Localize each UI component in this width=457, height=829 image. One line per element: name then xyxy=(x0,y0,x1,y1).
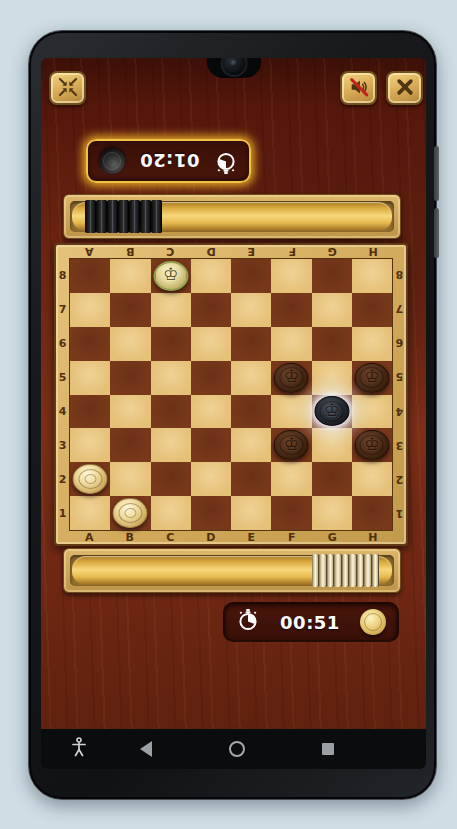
square-g6[interactable] xyxy=(312,327,352,361)
recents-button[interactable] xyxy=(308,729,348,769)
square-e4[interactable] xyxy=(231,395,271,429)
coordinate-label: 2 xyxy=(393,463,406,497)
square-h6[interactable] xyxy=(352,327,392,361)
black-king-h5[interactable]: ♔ xyxy=(354,363,389,393)
close-button[interactable] xyxy=(386,71,423,105)
captured-disc xyxy=(327,554,335,587)
screenshot-canvas: 01:20 ABCDEFGH ABCDEFGH 87654321 8765432… xyxy=(0,0,457,829)
square-d4[interactable] xyxy=(191,395,231,429)
coordinate-label: F xyxy=(272,531,313,544)
square-g8[interactable] xyxy=(312,259,352,293)
coordinate-label: 7 xyxy=(393,292,406,326)
coordinate-label: 8 xyxy=(393,258,406,292)
square-e7[interactable] xyxy=(231,293,271,327)
black-captured-tray xyxy=(63,194,401,239)
captured-disc xyxy=(334,554,342,587)
square-e5[interactable] xyxy=(231,361,271,395)
captured-disc xyxy=(151,200,162,233)
coordinate-label: 6 xyxy=(393,326,406,360)
coordinate-label: 3 xyxy=(56,429,69,463)
square-e3[interactable] xyxy=(231,428,271,462)
square-c4[interactable] xyxy=(151,395,191,429)
white-king-c8[interactable]: ♔ xyxy=(153,261,188,291)
coordinate-label: 6 xyxy=(56,326,69,360)
stopwatch-icon xyxy=(214,147,238,175)
square-d5[interactable] xyxy=(191,361,231,395)
coordinate-label: H xyxy=(353,245,394,258)
board-squares: ♔♔♔♔♔♔ xyxy=(69,258,393,531)
home-button[interactable] xyxy=(217,729,257,769)
crown-icon: ♔ xyxy=(324,402,339,419)
tray-rail xyxy=(72,202,392,231)
square-h1[interactable] xyxy=(352,496,392,530)
square-d2[interactable] xyxy=(191,462,231,496)
crown-icon: ♔ xyxy=(364,436,379,453)
volume-button xyxy=(434,146,439,201)
crown-icon: ♔ xyxy=(284,436,299,453)
square-f8[interactable] xyxy=(271,259,311,293)
captured-disc xyxy=(85,200,96,233)
square-c3[interactable] xyxy=(151,428,191,462)
camera-notch xyxy=(207,58,261,78)
captured-disc xyxy=(129,200,140,233)
coordinate-label: C xyxy=(150,531,191,544)
coordinate-label: A xyxy=(69,245,110,258)
coordinate-label: C xyxy=(150,245,191,258)
opponent-clock: 01:20 xyxy=(86,139,251,183)
square-a6[interactable] xyxy=(70,327,110,361)
square-h8[interactable] xyxy=(352,259,392,293)
close-icon xyxy=(395,77,415,100)
square-d6[interactable] xyxy=(191,327,231,361)
captured-disc xyxy=(342,554,350,587)
coordinate-label: 7 xyxy=(56,292,69,326)
captured-disc xyxy=(319,554,327,587)
back-button[interactable] xyxy=(126,729,166,769)
square-b2[interactable] xyxy=(110,462,150,496)
captured-disc xyxy=(96,200,107,233)
coordinate-label: 4 xyxy=(56,395,69,429)
rank-labels-right: 87654321 xyxy=(393,258,406,531)
square-h4[interactable] xyxy=(352,395,392,429)
square-c6[interactable] xyxy=(151,327,191,361)
square-d1[interactable] xyxy=(191,496,231,530)
square-c5[interactable] xyxy=(151,361,191,395)
stopwatch-icon xyxy=(236,608,260,636)
accessibility-button[interactable] xyxy=(59,729,99,769)
square-a8[interactable] xyxy=(70,259,110,293)
square-h7[interactable] xyxy=(352,293,392,327)
coordinate-label: 3 xyxy=(393,429,406,463)
speaker-muted-icon xyxy=(348,76,370,101)
square-e6[interactable] xyxy=(231,327,271,361)
black-piece-icon xyxy=(99,148,125,174)
square-g2[interactable] xyxy=(312,462,352,496)
phone-frame: 01:20 ABCDEFGH ABCDEFGH 87654321 8765432… xyxy=(28,30,437,800)
square-d8[interactable] xyxy=(191,259,231,293)
square-g5[interactable] xyxy=(312,361,352,395)
captured-disc xyxy=(107,200,118,233)
square-d3[interactable] xyxy=(191,428,231,462)
captured-disc xyxy=(357,554,365,587)
rank-labels-left: 87654321 xyxy=(56,258,69,531)
coordinate-label: 1 xyxy=(56,497,69,531)
coordinate-label: D xyxy=(191,245,232,258)
coordinate-label: G xyxy=(312,531,353,544)
coordinate-label: 5 xyxy=(393,360,406,394)
square-c1[interactable] xyxy=(151,496,191,530)
mute-button[interactable] xyxy=(340,71,377,105)
game-screen: 01:20 ABCDEFGH ABCDEFGH 87654321 8765432… xyxy=(41,58,426,769)
file-labels-bottom: ABCDEFGH xyxy=(69,531,393,544)
white-man-a2[interactable] xyxy=(73,464,108,494)
tray-rail xyxy=(72,556,392,585)
square-f2[interactable] xyxy=(271,462,311,496)
square-f1[interactable] xyxy=(271,496,311,530)
fullscreen-button[interactable] xyxy=(49,71,86,105)
coordinate-label: H xyxy=(353,531,394,544)
coordinate-label: F xyxy=(272,245,313,258)
white-captured-tray xyxy=(63,548,401,593)
square-b7[interactable] xyxy=(110,293,150,327)
square-g7[interactable] xyxy=(312,293,352,327)
captured-white-pieces xyxy=(312,554,380,587)
square-f6[interactable] xyxy=(271,327,311,361)
square-b3[interactable] xyxy=(110,428,150,462)
crown-icon: ♔ xyxy=(284,368,299,385)
square-e1[interactable] xyxy=(231,496,271,530)
captured-disc xyxy=(312,554,320,587)
power-button xyxy=(434,208,439,258)
captured-disc xyxy=(349,554,357,587)
captured-disc xyxy=(140,200,151,233)
coordinate-label: A xyxy=(69,531,110,544)
square-a4[interactable] xyxy=(70,395,110,429)
square-a5[interactable] xyxy=(70,361,110,395)
coordinate-label: 2 xyxy=(56,463,69,497)
recents-icon xyxy=(322,743,334,755)
coordinate-label: 4 xyxy=(393,395,406,429)
captured-disc xyxy=(364,554,372,587)
square-e2[interactable] xyxy=(231,462,271,496)
captured-black-pieces xyxy=(85,200,162,233)
square-a1[interactable] xyxy=(70,496,110,530)
back-icon xyxy=(140,741,152,757)
square-h2[interactable] xyxy=(352,462,392,496)
square-b8[interactable] xyxy=(110,259,150,293)
opponent-time: 01:20 xyxy=(134,151,205,172)
coordinate-label: E xyxy=(231,531,272,544)
square-b5[interactable] xyxy=(110,361,150,395)
collapse-arrows-icon xyxy=(57,76,79,101)
white-man-b1[interactable] xyxy=(113,498,148,528)
selected-black-king-g4[interactable]: ♔ xyxy=(314,396,349,426)
player-clock: 00:51 xyxy=(223,602,399,642)
square-f7[interactable] xyxy=(271,293,311,327)
square-f4[interactable] xyxy=(271,395,311,429)
square-b4[interactable] xyxy=(110,395,150,429)
black-king-f5[interactable]: ♔ xyxy=(274,363,309,393)
black-king-f3[interactable]: ♔ xyxy=(274,430,309,460)
front-camera xyxy=(220,58,247,77)
captured-disc xyxy=(372,554,380,587)
player-time: 00:51 xyxy=(269,612,351,633)
black-king-h3[interactable]: ♔ xyxy=(354,430,389,460)
file-labels-top: ABCDEFGH xyxy=(69,245,393,258)
checkers-board: ABCDEFGH ABCDEFGH 87654321 87654321 ♔♔♔♔… xyxy=(54,243,408,546)
crown-icon: ♔ xyxy=(163,266,178,283)
coordinate-label: B xyxy=(110,245,151,258)
square-e8[interactable] xyxy=(231,259,271,293)
square-a3[interactable] xyxy=(70,428,110,462)
crown-icon: ♔ xyxy=(364,368,379,385)
home-icon xyxy=(229,741,245,757)
coordinate-label: E xyxy=(231,245,272,258)
square-c2[interactable] xyxy=(151,462,191,496)
android-navbar xyxy=(41,729,426,769)
square-a7[interactable] xyxy=(70,293,110,327)
square-b6[interactable] xyxy=(110,327,150,361)
coordinate-label: 5 xyxy=(56,360,69,394)
accessibility-icon xyxy=(70,737,88,761)
square-d7[interactable] xyxy=(191,293,231,327)
square-c7[interactable] xyxy=(151,293,191,327)
coordinate-label: 8 xyxy=(56,258,69,292)
coordinate-label: B xyxy=(110,531,151,544)
square-g1[interactable] xyxy=(312,496,352,530)
captured-disc xyxy=(118,200,129,233)
coordinate-label: 1 xyxy=(393,497,406,531)
square-g3[interactable] xyxy=(312,428,352,462)
coordinate-label: G xyxy=(312,245,353,258)
white-piece-icon xyxy=(360,609,386,635)
coordinate-label: D xyxy=(191,531,232,544)
